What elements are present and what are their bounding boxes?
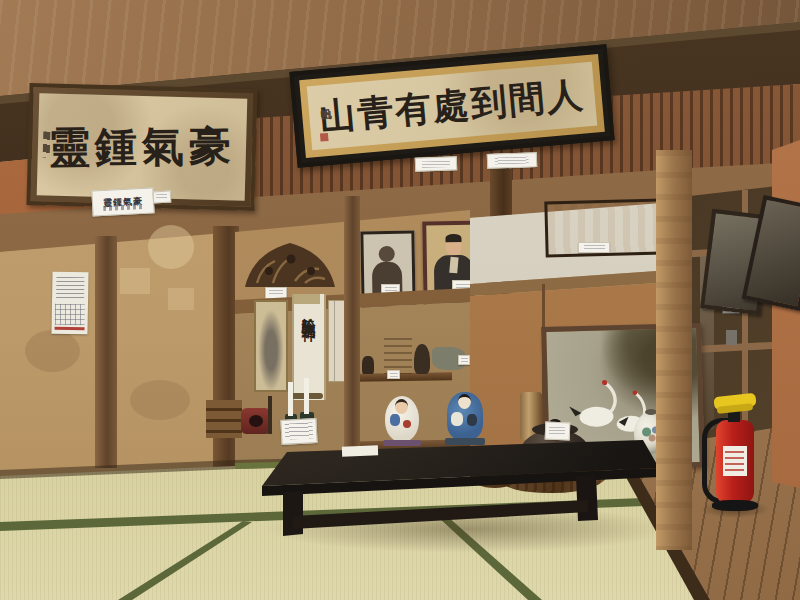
extinguisher-base [712,500,758,511]
light-switch[interactable] [726,330,737,345]
calligraphy-scroll: 舩玉大明神 [292,294,326,400]
signature-marks [43,131,51,157]
white-doll [385,396,419,442]
brazier-opening [249,415,263,427]
calendar-grid [55,304,85,326]
doll-patch-dark [467,414,477,426]
extinguisher-label [723,446,747,476]
fusuma-stain [25,330,80,372]
museum-label [387,370,400,379]
fusuma-moon-pattern [148,225,194,269]
museum-label [458,355,470,365]
candle [288,382,293,416]
calendar-header-text [56,277,84,299]
shelf-buddha-statue [414,344,430,374]
portrait-figure [379,246,395,262]
candelabrum [268,396,272,434]
wood-post [95,236,117,468]
museum-label [265,287,287,299]
shelf-figurine [362,356,374,374]
fusuma-square-pattern [120,268,150,294]
doll-patch-white [451,412,463,426]
caption-sign: 靈鍾氣豪 [91,187,154,216]
center-plaque-text: 山青有處到間人 [317,70,586,142]
museum-label [578,242,610,253]
photo-tatami-room: 舩玉大明神 [0,0,800,600]
doll-base [383,440,421,446]
fire-extinguisher-body [716,420,754,504]
red-brazier [241,408,271,434]
paper-on-table [342,445,378,456]
doll-patch-red [403,420,411,428]
wooden-step-display [206,400,242,438]
doll-base [445,438,485,445]
wood-post [344,196,360,454]
portrait-hair [445,234,461,242]
calendar [51,272,88,335]
ranma-carving [243,237,337,289]
plaque-paper: 靈鍾氣豪 [37,93,248,200]
fusuma-square-pattern [168,288,194,310]
doorway-post [656,150,692,550]
museum-label [545,422,571,441]
doll-face [395,399,408,414]
museum-label [487,152,537,169]
doll-patch-blue [390,414,400,426]
candle [304,378,309,414]
plaque-gold-border: 山青有處到間人 帆山 [299,54,605,158]
caption-sign-subtext [103,204,143,211]
left-plaque-text: 靈鍾氣豪 [48,118,236,176]
fusuma-stain [130,380,190,420]
museum-label [153,191,172,204]
plaque-paper: 山青有處到間人 帆山 [307,62,597,151]
seal-stamp [320,133,329,142]
doll-face [458,394,471,409]
buddhist-scroll [254,300,288,392]
portrait-collar [449,257,458,274]
explanation-sign [280,418,317,445]
blue-warrior-doll [447,392,483,440]
scroll-text: 舩玉大明神 [300,307,318,317]
museum-label [415,156,457,171]
scroll-mount-top [294,294,320,304]
shelf-carved-relief [384,338,412,374]
calendar-footer [55,327,85,331]
